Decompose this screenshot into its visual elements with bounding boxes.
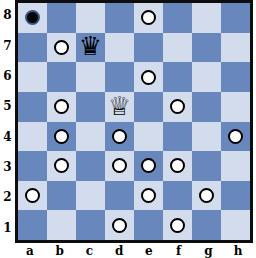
square-h2[interactable] (221, 181, 250, 211)
square-g7[interactable] (192, 33, 221, 63)
board: ♛♕ (15, 0, 253, 243)
square-a4[interactable] (18, 122, 47, 152)
circle-marker (141, 10, 156, 25)
rank-label-7: 7 (0, 30, 15, 60)
square-d5[interactable]: ♕ (105, 92, 134, 122)
file-label-d: d (104, 243, 134, 258)
square-e3[interactable] (134, 151, 163, 181)
circle-marker (112, 129, 127, 144)
square-g6[interactable] (192, 62, 221, 92)
square-f4[interactable] (163, 122, 192, 152)
square-h4[interactable] (221, 122, 250, 152)
circle-marker (199, 188, 214, 203)
square-d1[interactable] (105, 210, 134, 240)
square-b1[interactable] (47, 210, 76, 240)
file-label-a: a (15, 243, 45, 258)
square-g1[interactable] (192, 210, 221, 240)
square-f5[interactable] (163, 92, 192, 122)
chess-diagram: 87654321 ♛♕ abcdefgh (0, 0, 256, 258)
square-e7[interactable] (134, 33, 163, 63)
square-h3[interactable] (221, 151, 250, 181)
square-c5[interactable] (76, 92, 105, 122)
square-c6[interactable] (76, 62, 105, 92)
circle-marker (112, 158, 127, 173)
square-e1[interactable] (134, 210, 163, 240)
square-g8[interactable] (192, 3, 221, 33)
rank-label-1: 1 (0, 213, 15, 243)
square-e2[interactable] (134, 181, 163, 211)
square-g2[interactable] (192, 181, 221, 211)
square-f8[interactable] (163, 3, 192, 33)
square-e4[interactable] (134, 122, 163, 152)
rank-label-5: 5 (0, 91, 15, 121)
square-f1[interactable] (163, 210, 192, 240)
square-a8[interactable] (18, 3, 47, 33)
square-g4[interactable] (192, 122, 221, 152)
square-c4[interactable] (76, 122, 105, 152)
square-h7[interactable] (221, 33, 250, 63)
square-c3[interactable] (76, 151, 105, 181)
rank-label-2: 2 (0, 182, 15, 212)
file-labels: abcdefgh (15, 243, 253, 258)
square-a3[interactable] (18, 151, 47, 181)
circle-marker (54, 158, 69, 173)
circle-marker (54, 99, 69, 114)
white-queen: ♕ (108, 93, 131, 119)
square-c7[interactable]: ♛ (76, 33, 105, 63)
square-a2[interactable] (18, 181, 47, 211)
circle-marker (141, 188, 156, 203)
square-f3[interactable] (163, 151, 192, 181)
square-b4[interactable] (47, 122, 76, 152)
square-e5[interactable] (134, 92, 163, 122)
square-d6[interactable] (105, 62, 134, 92)
square-f2[interactable] (163, 181, 192, 211)
square-a1[interactable] (18, 210, 47, 240)
rank-label-6: 6 (0, 61, 15, 91)
rank-labels: 87654321 (0, 0, 15, 243)
file-label-e: e (134, 243, 164, 258)
square-b3[interactable] (47, 151, 76, 181)
file-label-f: f (164, 243, 194, 258)
square-b6[interactable] (47, 62, 76, 92)
file-label-g: g (194, 243, 224, 258)
file-label-c: c (75, 243, 105, 258)
circle-marker (54, 40, 69, 55)
square-h1[interactable] (221, 210, 250, 240)
rank-label-4: 4 (0, 122, 15, 152)
square-d8[interactable] (105, 3, 134, 33)
square-c1[interactable] (76, 210, 105, 240)
square-d4[interactable] (105, 122, 134, 152)
file-label-h: h (223, 243, 253, 258)
square-g5[interactable] (192, 92, 221, 122)
square-b7[interactable] (47, 33, 76, 63)
square-d3[interactable] (105, 151, 134, 181)
square-b2[interactable] (47, 181, 76, 211)
square-e8[interactable] (134, 3, 163, 33)
square-h6[interactable] (221, 62, 250, 92)
square-b8[interactable] (47, 3, 76, 33)
circle-marker (141, 70, 156, 85)
square-d7[interactable] (105, 33, 134, 63)
square-h8[interactable] (221, 3, 250, 33)
circle-marker (170, 99, 185, 114)
circle-marker (141, 158, 156, 173)
circle-marker (112, 218, 127, 233)
file-label-b: b (45, 243, 75, 258)
square-f6[interactable] (163, 62, 192, 92)
square-c8[interactable] (76, 3, 105, 33)
square-a5[interactable] (18, 92, 47, 122)
black-queen: ♛ (79, 33, 102, 59)
circle-marker (170, 218, 185, 233)
circle-marker (25, 188, 40, 203)
circle-marker (170, 158, 185, 173)
square-b5[interactable] (47, 92, 76, 122)
square-g3[interactable] (192, 151, 221, 181)
circle-marker (54, 129, 69, 144)
rank-label-8: 8 (0, 0, 15, 30)
square-e6[interactable] (134, 62, 163, 92)
square-a7[interactable] (18, 33, 47, 63)
square-d2[interactable] (105, 181, 134, 211)
square-a6[interactable] (18, 62, 47, 92)
square-f7[interactable] (163, 33, 192, 63)
square-h5[interactable] (221, 92, 250, 122)
rank-label-3: 3 (0, 152, 15, 182)
circle-marker (228, 129, 243, 144)
black-dot-marker (25, 10, 40, 25)
square-c2[interactable] (76, 181, 105, 211)
